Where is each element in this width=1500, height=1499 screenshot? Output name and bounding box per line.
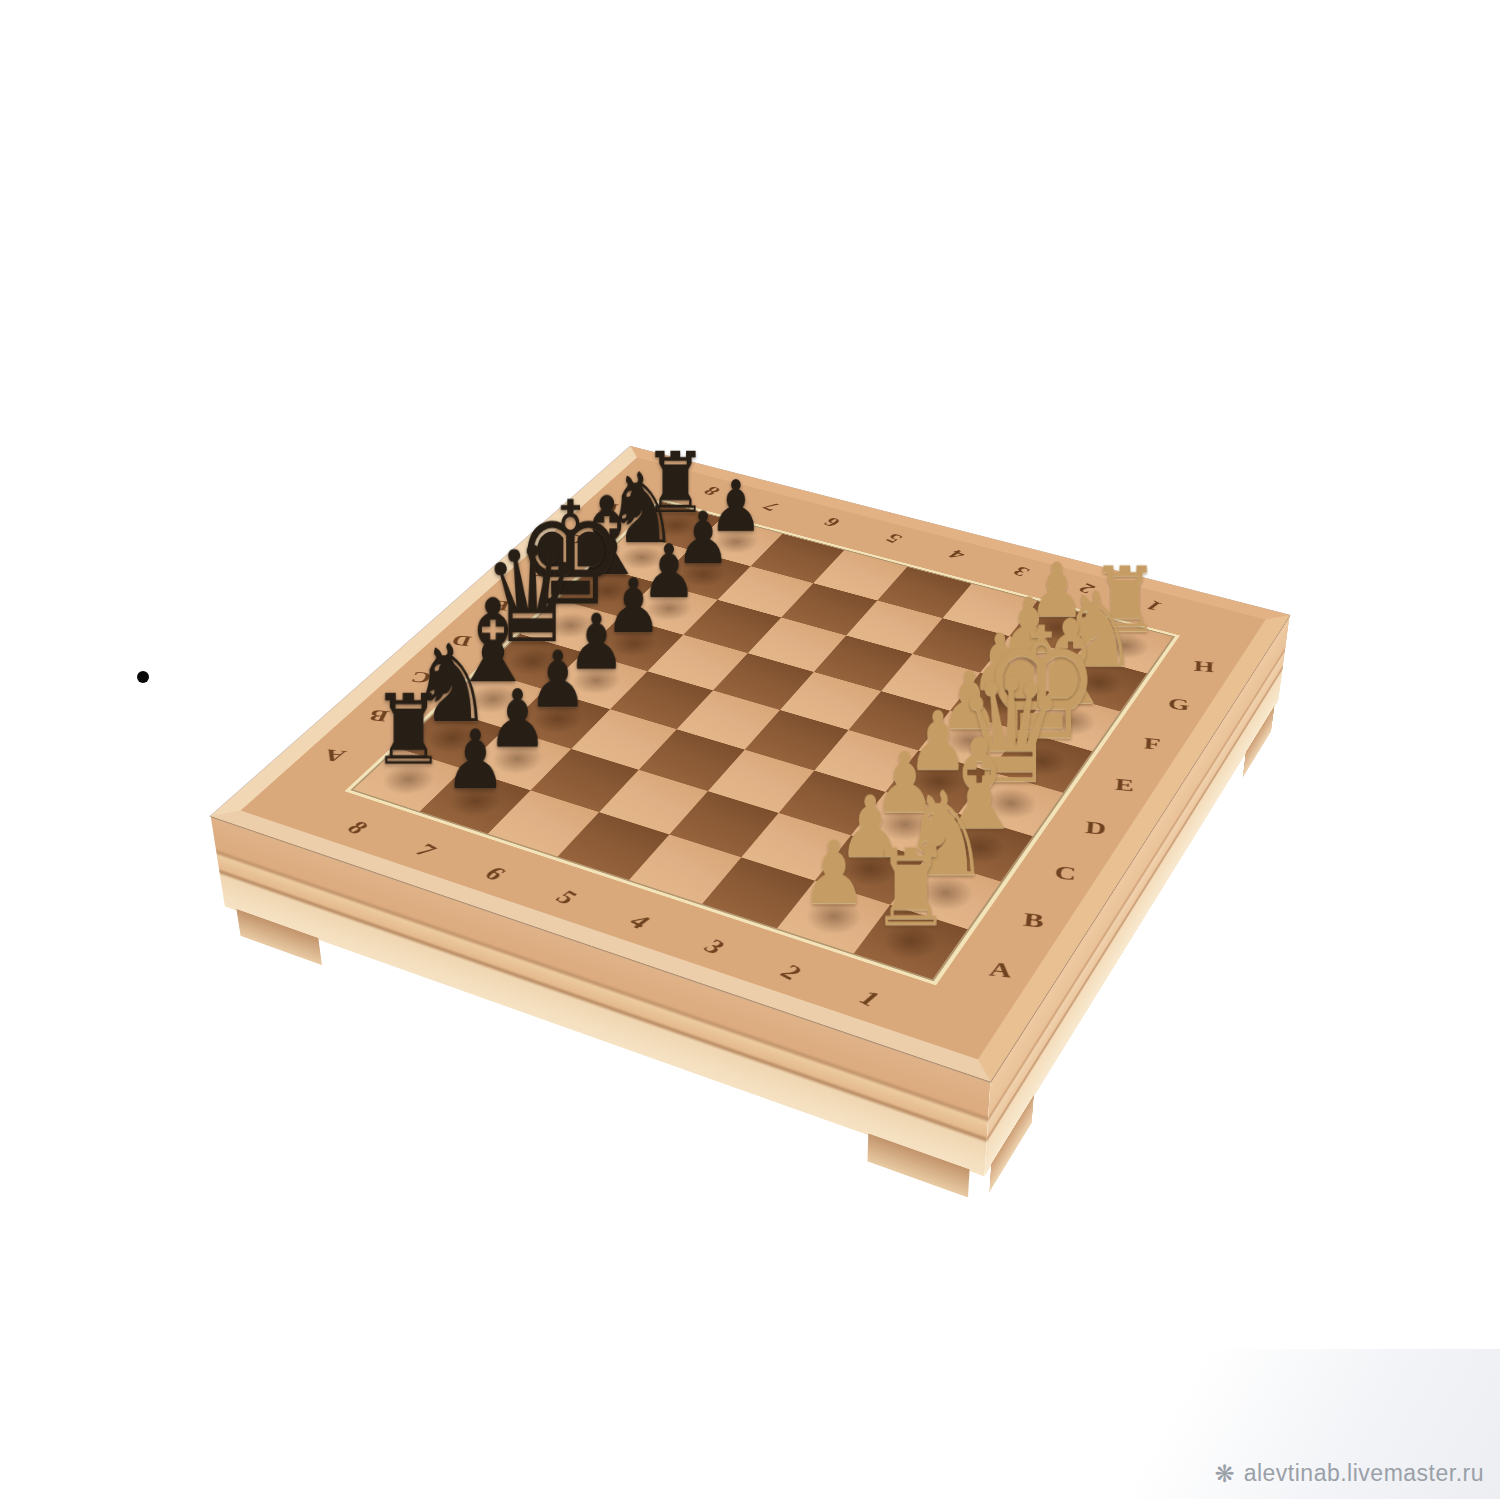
black-pawn-glyph: ♟ <box>444 719 506 801</box>
white-rook-a1: ♜ <box>854 905 968 979</box>
file-label-h-near: H <box>1193 658 1214 677</box>
black-rook-glyph: ♜ <box>371 682 445 780</box>
chess-set-scene: AABBCCDDEEFFGGHH1122334455667788 ♜♞♝♛♚♝♞… <box>380 310 1180 1110</box>
watermark: ❋ alevtinab.livemaster.ru <box>1215 1460 1484 1487</box>
photo-canvas: AABBCCDDEEFFGGHH1122334455667788 ♜♞♝♛♚♝♞… <box>0 0 1500 1499</box>
watermark-text: alevtinab.livemaster.ru <box>1244 1460 1484 1487</box>
background-dot-artifact <box>137 671 149 683</box>
white-pawn-glyph: ♟ <box>801 830 867 917</box>
livemaster-logo-icon: ❋ <box>1215 1462 1235 1486</box>
chess-board-3d: AABBCCDDEEFFGGHH1122334455667788 ♜♞♝♛♚♝♞… <box>211 446 1290 1081</box>
white-rook-glyph: ♜ <box>871 835 952 941</box>
